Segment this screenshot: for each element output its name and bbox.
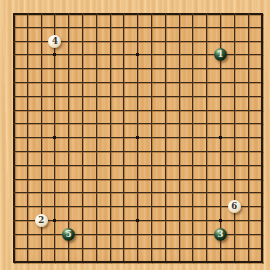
star-point [136,136,139,139]
stone-white-c4[interactable]: 2 [35,214,48,227]
star-point [136,53,139,56]
grid-line-vertical-10 [151,13,152,263]
stone-move-number: 6 [231,200,237,213]
star-point [219,136,222,139]
grid-line-vertical-17 [248,13,249,263]
grid-line-vertical-18 [261,13,263,263]
stone-black-e3[interactable]: 5 [62,228,75,241]
grid-line-vertical-12 [179,13,180,263]
star-point [53,219,56,222]
stone-move-number: 4 [52,35,58,48]
grid-line-horizontal-18 [13,261,263,263]
go-board[interactable]: 123456 [0,0,270,270]
grid-line-horizontal-11 [13,165,263,166]
grid-line-vertical-11 [165,13,166,263]
grid-line-horizontal-13 [13,192,263,193]
stone-move-number: 2 [38,214,44,227]
stone-move-number: 5 [66,228,72,241]
grid-line-horizontal-17 [13,248,263,249]
grid-line-vertical-13 [192,13,193,263]
grid-line-vertical-16 [234,13,235,263]
grid-line-horizontal-14 [13,206,263,207]
stone-move-number: 1 [218,48,224,61]
stone-black-q3[interactable]: 3 [214,228,227,241]
stone-white-d17[interactable]: 4 [48,35,61,48]
stone-white-r5[interactable]: 6 [228,200,241,213]
grid-line-vertical-14 [206,13,207,263]
grid-line-horizontal-10 [13,151,263,152]
grid-line-horizontal-12 [13,179,263,180]
stone-move-number: 3 [218,228,224,241]
star-point [136,219,139,222]
star-point [53,53,56,56]
star-point [53,136,56,139]
star-point [219,219,222,222]
